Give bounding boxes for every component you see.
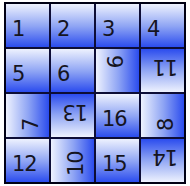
puzzle-board: 1 2 3 4 5 6 9 11 <box>4 2 186 184</box>
tile-number-layer: 5 <box>6 49 49 92</box>
tile-3[interactable]: 3 <box>96 4 139 47</box>
tile-number: 1 <box>12 19 24 40</box>
tile-9[interactable]: 9 <box>96 49 139 92</box>
tile-number: 2 <box>57 19 69 40</box>
tile-2[interactable]: 2 <box>51 4 94 47</box>
tile-13[interactable]: 13 <box>51 94 94 137</box>
tile-number-layer: 7 <box>6 94 49 137</box>
tile-number: 7 <box>21 119 42 131</box>
tile-11[interactable]: 11 <box>141 49 184 92</box>
tile-number: 13 <box>63 101 88 122</box>
tile-number-layer: 15 <box>96 139 139 182</box>
tile-number-layer: 14 <box>141 139 184 182</box>
tile-number: 6 <box>57 64 69 85</box>
tile-14[interactable]: 14 <box>141 139 184 182</box>
tile-6[interactable]: 6 <box>51 49 94 92</box>
tile-number-layer: 13 <box>51 94 94 137</box>
tile-16[interactable]: 16 <box>96 94 139 137</box>
tile-4[interactable]: 4 <box>141 4 184 47</box>
tile-number-layer: 10 <box>51 139 94 182</box>
tile-10[interactable]: 10 <box>51 139 94 182</box>
tile-number-layer: 11 <box>141 49 184 92</box>
tile-number: 8 <box>156 119 177 131</box>
tile-number-layer: 16 <box>96 94 139 137</box>
tile-number-layer: 12 <box>6 139 49 182</box>
tile-number: 11 <box>153 56 178 77</box>
tile-5[interactable]: 5 <box>6 49 49 92</box>
tile-number-layer: 6 <box>51 49 94 92</box>
tile-number-layer: 4 <box>141 4 184 47</box>
tile-number: 14 <box>153 146 178 167</box>
tile-8[interactable]: 8 <box>141 94 184 137</box>
tile-number: 10 <box>66 151 87 176</box>
tile-number: 5 <box>12 64 24 85</box>
tile-number: 12 <box>12 154 37 175</box>
tile-number: 9 <box>103 55 124 67</box>
tile-number: 3 <box>102 19 114 40</box>
tile-number: 4 <box>147 19 159 40</box>
tile-number-layer: 1 <box>6 4 49 47</box>
tile-1[interactable]: 1 <box>6 4 49 47</box>
tile-number-layer: 9 <box>96 49 139 92</box>
tile-7[interactable]: 7 <box>6 94 49 137</box>
tile-12[interactable]: 12 <box>6 139 49 182</box>
tile-number-layer: 2 <box>51 4 94 47</box>
tile-number: 15 <box>102 154 127 175</box>
tile-number: 16 <box>102 109 127 130</box>
tile-15[interactable]: 15 <box>96 139 139 182</box>
tile-number-layer: 3 <box>96 4 139 47</box>
tile-number-layer: 8 <box>141 94 184 137</box>
